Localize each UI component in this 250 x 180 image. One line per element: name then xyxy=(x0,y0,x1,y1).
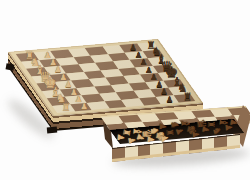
board-square xyxy=(173,94,195,103)
chess-box-set-photo: ♜♞♝♛♚♝♞♜♟♟♟♟♟♟♟♟♟♟♟♟♟♟♟♟♜♞♝♛♚♝♞♜ ♟♜♟♝♟♛♟… xyxy=(0,0,250,180)
back-box-foot xyxy=(6,63,15,70)
back-box-foot xyxy=(47,127,57,134)
